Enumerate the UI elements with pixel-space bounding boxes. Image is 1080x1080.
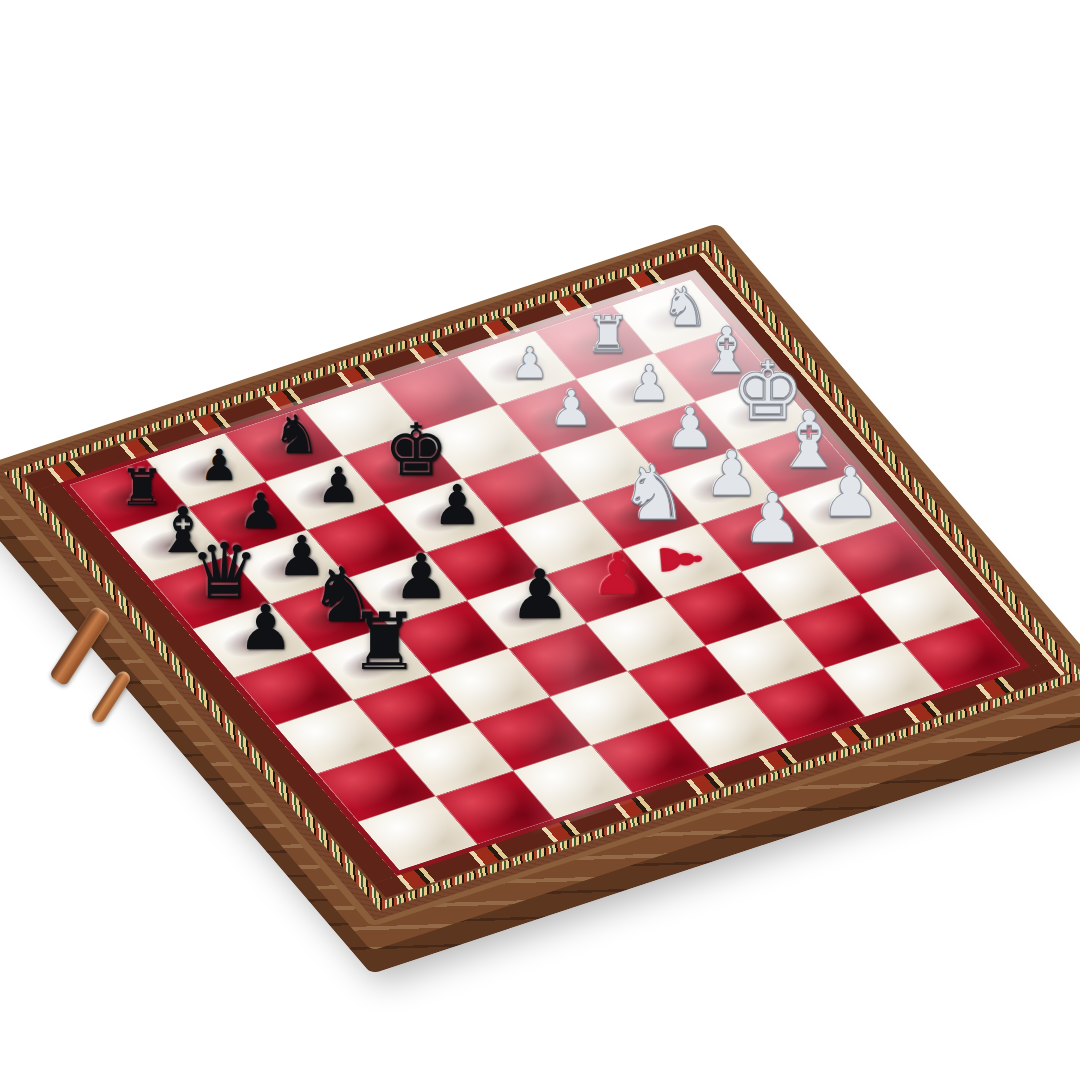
black-pawn-c7[interactable]: ♟ xyxy=(316,463,360,508)
red-glass-pawn-fallen[interactable]: ♟ xyxy=(654,541,708,577)
black-pawn-d6[interactable]: ♟ xyxy=(433,480,482,531)
black-pawn-b8[interactable]: ♟ xyxy=(200,446,239,486)
silver-knight-f5[interactable]: ♞ xyxy=(620,458,688,528)
red-glass-pawn-standing[interactable]: ♟ xyxy=(592,548,644,601)
silver-pawn-f7[interactable]: ♟ xyxy=(549,386,593,431)
silver-pawn-h4[interactable]: ♟ xyxy=(820,462,881,525)
silver-pawn-f8[interactable]: ♟ xyxy=(511,344,550,384)
black-rook-b4[interactable]: ♜ xyxy=(349,606,420,679)
black-knight-c8[interactable]: ♞ xyxy=(273,411,321,460)
silver-pawn-g7[interactable]: ♟ xyxy=(627,361,671,406)
silver-pawn-g4[interactable]: ♟ xyxy=(743,488,804,551)
silver-rook-g8[interactable]: ♜ xyxy=(585,312,630,358)
mosaic-frame: ♜♟♞♟♜♞♝♟♟♚♟♟♝♛♟♟♟♚♟♞♟♞♟♝♜♟♟♟♟♟ xyxy=(0,223,1080,927)
black-pawn-a5[interactable]: ♟ xyxy=(238,599,294,656)
photo-scene: ♜♟♞♟♜♞♝♟♟♚♟♟♝♛♟♟♟♚♟♞♟♞♟♝♜♟♟♟♟♟ xyxy=(0,0,1080,1080)
black-pawn-d4[interactable]: ♟ xyxy=(509,565,570,628)
chess-box: ♜♟♞♟♜♞♝♟♟♚♟♟♝♛♟♟♟♚♟♞♟♞♟♝♜♟♟♟♟♟ xyxy=(0,223,1080,927)
latch-hook xyxy=(89,669,132,725)
